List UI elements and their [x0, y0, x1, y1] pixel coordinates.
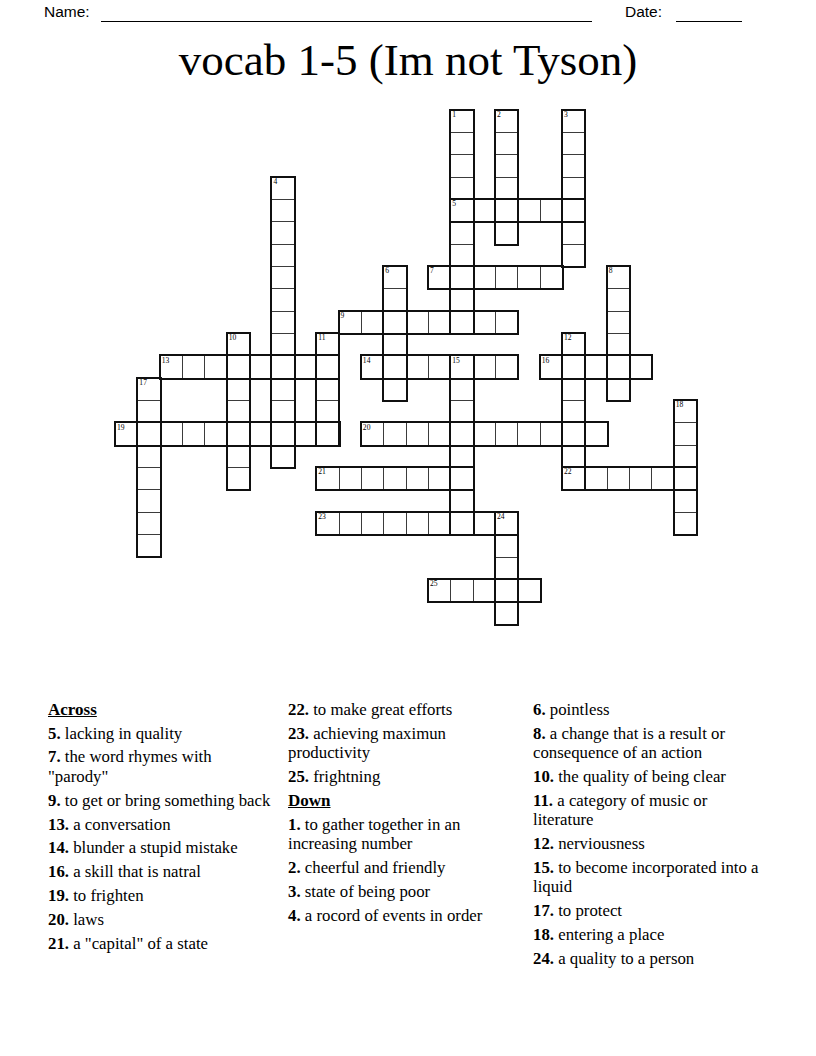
grid-cell-r11c8[interactable] [294, 355, 318, 379]
grid-cell-r11c2[interactable] [160, 355, 184, 379]
grid-cell-r11c20[interactable] [562, 355, 586, 379]
grid-cell-r9c12[interactable] [383, 311, 407, 335]
clue-20: 20. laws [48, 910, 274, 929]
grid-cell-r7c17[interactable] [495, 266, 519, 290]
grid-cell-r14c17[interactable] [495, 422, 519, 446]
grid-cell-r11c4[interactable] [204, 355, 228, 379]
grid-cell-r4c15[interactable] [450, 199, 474, 223]
clue-14: 14. blunder a stupid mistake [48, 838, 274, 857]
grid-cell-r14c13[interactable] [406, 422, 430, 446]
grid-cell-r11c13[interactable] [406, 355, 430, 379]
grid-cell-r12c20[interactable] [562, 378, 586, 402]
puzzle-title: vocab 1-5 (Im not Tyson) [0, 34, 816, 86]
grid-cell-r14c9[interactable] [316, 422, 340, 446]
grid-cell-r18c1[interactable] [137, 512, 161, 536]
grid-cell-r21c18[interactable] [517, 579, 541, 603]
grid-cell-r15c15[interactable] [450, 445, 474, 469]
grid-cell-r13c20[interactable] [562, 400, 586, 424]
grid-cell-r14c15[interactable] [450, 422, 474, 446]
grid-cell-r14c21[interactable] [584, 422, 608, 446]
grid-cell-r14c18[interactable] [517, 422, 541, 446]
grid-cell-r14c0[interactable] [115, 422, 139, 446]
grid-cell-r11c3[interactable] [182, 355, 206, 379]
grid-cell-r3c20[interactable] [562, 177, 586, 201]
grid-cell-r16c20[interactable] [562, 467, 586, 491]
grid-cell-r18c10[interactable] [339, 512, 363, 536]
clue-4: 4. a rocord of events in order [288, 906, 489, 925]
clue-10: 10. the quality of being clear [533, 767, 762, 786]
clue-6: 6. pointless [533, 700, 762, 719]
grid-cell-r12c5[interactable] [227, 378, 251, 402]
grid-cell-r16c12[interactable] [383, 467, 407, 491]
grid-cell-r17c1[interactable] [137, 489, 161, 513]
grid-cell-r18c14[interactable] [428, 512, 452, 536]
grid-cell-r7c14[interactable] [428, 266, 452, 290]
clue-column-across: Across5. lacking in quality7. the word r… [48, 700, 274, 958]
grid-cell-r4c18[interactable] [517, 199, 541, 223]
grid-cell-r16c10[interactable] [339, 467, 363, 491]
grid-cell-r12c22[interactable] [607, 378, 631, 402]
grid-cell-r9c14[interactable] [428, 311, 452, 335]
grid-cell-r10c9[interactable] [316, 333, 340, 357]
grid-cell-r9c22[interactable] [607, 311, 631, 335]
grid-cell-r5c20[interactable] [562, 221, 586, 245]
grid-cell-r16c24[interactable] [651, 467, 675, 491]
grid-cell-r18c9[interactable] [316, 512, 340, 536]
grid-cell-r14c2[interactable] [160, 422, 184, 446]
name-input-line[interactable] [101, 4, 592, 22]
grid-cell-r12c12[interactable] [383, 378, 407, 402]
grid-cell-r13c15[interactable] [450, 400, 474, 424]
grid-cell-r6c20[interactable] [562, 244, 586, 268]
grid-cell-r13c9[interactable] [316, 400, 340, 424]
clue-12: 12. nerviousness [533, 834, 762, 853]
grid-cell-r21c15[interactable] [450, 579, 474, 603]
crossword-grid: 5791314161920212223251234681011121517182… [115, 110, 696, 624]
clue-18: 18. entering a place [533, 925, 762, 944]
grid-cell-r15c20[interactable] [562, 445, 586, 469]
grid-cell-r8c15[interactable] [450, 288, 474, 312]
grid-cell-r1c17[interactable] [495, 132, 519, 156]
clue-1: 1. to gather together in an increasing n… [288, 815, 489, 854]
grid-cell-r15c25[interactable] [674, 445, 698, 469]
grid-cell-r7c15[interactable] [450, 266, 474, 290]
grid-cell-r18c12[interactable] [383, 512, 407, 536]
grid-cell-r5c7[interactable] [271, 221, 295, 245]
down-heading: Down [288, 791, 489, 811]
clue-column-down: 6. pointless8. a change that is a result… [533, 700, 762, 973]
grid-cell-r17c15[interactable] [450, 489, 474, 513]
grid-cell-r9c11[interactable] [361, 311, 385, 335]
name-label: Name: [44, 3, 90, 21]
grid-cell-r11c15[interactable] [450, 355, 474, 379]
grid-cell-r7c16[interactable] [473, 266, 497, 290]
grid-cell-r0c15[interactable] [450, 110, 474, 134]
grid-cell-r21c16[interactable] [473, 579, 497, 603]
grid-cell-r14c7[interactable] [271, 422, 295, 446]
grid-cell-r11c5[interactable] [227, 355, 251, 379]
clue-7: 7. the word rhymes with "parody" [48, 747, 274, 786]
grid-cell-r3c15[interactable] [450, 177, 474, 201]
grid-cell-r10c7[interactable] [271, 333, 295, 357]
grid-cell-r11c9[interactable] [316, 355, 340, 379]
clue-23: 23. achieving maximun productivity [288, 724, 489, 763]
grid-cell-r19c1[interactable] [137, 534, 161, 558]
grid-cell-r17c25[interactable] [674, 489, 698, 513]
grid-cell-r13c5[interactable] [227, 400, 251, 424]
grid-cell-r13c25[interactable] [674, 400, 698, 424]
grid-cell-r15c7[interactable] [271, 445, 295, 469]
grid-cell-r12c15[interactable] [450, 378, 474, 402]
clue-9: 9. to get or bring something back [48, 791, 274, 810]
grid-cell-r4c19[interactable] [540, 199, 564, 223]
grid-cell-r21c14[interactable] [428, 579, 452, 603]
grid-cell-r9c16[interactable] [473, 311, 497, 335]
grid-cell-r16c1[interactable] [137, 467, 161, 491]
grid-cell-r20c17[interactable] [495, 557, 519, 581]
grid-cell-r8c22[interactable] [607, 288, 631, 312]
clue-16: 16. a skill that is natral [48, 862, 274, 881]
grid-cell-r14c16[interactable] [473, 422, 497, 446]
grid-cell-r14c25[interactable] [674, 422, 698, 446]
grid-cell-r16c11[interactable] [361, 467, 385, 491]
grid-cell-r4c7[interactable] [271, 199, 295, 223]
grid-cell-r16c25[interactable] [674, 467, 698, 491]
grid-cell-r7c12[interactable] [383, 266, 407, 290]
grid-cell-r11c16[interactable] [473, 355, 497, 379]
grid-cell-r14c4[interactable] [204, 422, 228, 446]
grid-cell-r16c9[interactable] [316, 467, 340, 491]
grid-cell-r9c10[interactable] [339, 311, 363, 335]
clue-22: 22. to make great efforts [288, 700, 489, 719]
grid-cell-r9c13[interactable] [406, 311, 430, 335]
grid-cell-r4c20[interactable] [562, 199, 586, 223]
grid-cell-r14c1[interactable] [137, 422, 161, 446]
grid-cell-r10c5[interactable] [227, 333, 251, 357]
grid-cell-r14c20[interactable] [562, 422, 586, 446]
grid-cell-r9c7[interactable] [271, 311, 295, 335]
grid-cell-r16c22[interactable] [607, 467, 631, 491]
grid-cell-r13c7[interactable] [271, 400, 295, 424]
grid-cell-r16c21[interactable] [584, 467, 608, 491]
date-input-line[interactable] [676, 4, 742, 22]
across-heading: Across [48, 700, 274, 720]
grid-cell-r7c19[interactable] [540, 266, 564, 290]
grid-cell-r18c16[interactable] [473, 512, 497, 536]
grid-cell-r18c13[interactable] [406, 512, 430, 536]
date-label: Date: [625, 3, 662, 21]
grid-cell-r14c14[interactable] [428, 422, 452, 446]
grid-cell-r11c22[interactable] [607, 355, 631, 379]
grid-cell-r9c17[interactable] [495, 311, 519, 335]
clue-15: 15. to become incorporated into a liquid [533, 858, 762, 897]
grid-cell-r1c20[interactable] [562, 132, 586, 156]
grid-cell-r12c9[interactable] [316, 378, 340, 402]
grid-cell-r16c14[interactable] [428, 467, 452, 491]
grid-cell-r14c19[interactable] [540, 422, 564, 446]
grid-cell-r14c12[interactable] [383, 422, 407, 446]
grid-cell-r2c15[interactable] [450, 154, 474, 178]
grid-cell-r9c15[interactable] [450, 311, 474, 335]
worksheet-page: Name: Date: vocab 1-5 (Im not Tyson) 579… [0, 0, 816, 1056]
grid-cell-r22c17[interactable] [495, 601, 519, 625]
grid-cell-r21c17[interactable] [495, 579, 519, 603]
grid-cell-r5c17[interactable] [495, 221, 519, 245]
grid-cell-r14c8[interactable] [294, 422, 318, 446]
grid-cell-r8c7[interactable] [271, 288, 295, 312]
grid-cell-r11c11[interactable] [361, 355, 385, 379]
grid-cell-r1c15[interactable] [450, 132, 474, 156]
grid-cell-r14c5[interactable] [227, 422, 251, 446]
grid-cell-r16c5[interactable] [227, 467, 251, 491]
grid-cell-r7c18[interactable] [517, 266, 541, 290]
grid-cell-r12c7[interactable] [271, 378, 295, 402]
grid-cell-r11c23[interactable] [629, 355, 653, 379]
clue-8: 8. a change that is a result or conseque… [533, 724, 762, 763]
clue-5: 5. lacking in quality [48, 724, 274, 743]
grid-cell-r14c3[interactable] [182, 422, 206, 446]
clue-13: 13. a conversation [48, 815, 274, 834]
clue-2: 2. cheerful and friendly [288, 858, 489, 877]
grid-cell-r15c5[interactable] [227, 445, 251, 469]
grid-cell-r18c15[interactable] [450, 512, 474, 536]
grid-cell-r11c21[interactable] [584, 355, 608, 379]
clue-17: 17. to protect [533, 901, 762, 920]
clue-25: 25. frightning [288, 767, 489, 786]
clue-11: 11. a category of music or literature [533, 791, 762, 830]
grid-cell-r2c17[interactable] [495, 154, 519, 178]
clue-19: 19. to frighten [48, 886, 274, 905]
grid-cell-r3c7[interactable] [271, 177, 295, 201]
grid-cell-r6c15[interactable] [450, 244, 474, 268]
clue-24: 24. a quality to a person [533, 949, 762, 968]
grid-cell-r12c1[interactable] [137, 378, 161, 402]
grid-cell-r6c7[interactable] [271, 244, 295, 268]
grid-cell-r7c22[interactable] [607, 266, 631, 290]
grid-cell-r11c12[interactable] [383, 355, 407, 379]
grid-cell-r11c19[interactable] [540, 355, 564, 379]
grid-cell-r0c17[interactable] [495, 110, 519, 134]
grid-cell-r4c16[interactable] [473, 199, 497, 223]
grid-cell-r18c11[interactable] [361, 512, 385, 536]
grid-cell-r18c25[interactable] [674, 512, 698, 536]
grid-cell-r7c7[interactable] [271, 266, 295, 290]
grid-cell-r16c15[interactable] [450, 467, 474, 491]
grid-cell-r0c20[interactable] [562, 110, 586, 134]
grid-cell-r14c6[interactable] [249, 422, 273, 446]
grid-cell-r16c23[interactable] [629, 467, 653, 491]
grid-cell-r14c11[interactable] [361, 422, 385, 446]
grid-cell-r3c17[interactable] [495, 177, 519, 201]
grid-cell-r13c1[interactable] [137, 400, 161, 424]
grid-cell-r10c20[interactable] [562, 333, 586, 357]
grid-cell-r10c22[interactable] [607, 333, 631, 357]
grid-cell-r11c17[interactable] [495, 355, 519, 379]
grid-cell-r11c14[interactable] [428, 355, 452, 379]
grid-cell-r2c20[interactable] [562, 154, 586, 178]
clue-3: 3. state of being poor [288, 882, 489, 901]
grid-cell-r19c17[interactable] [495, 534, 519, 558]
clue-column-middle: 22. to make great efforts23. achieving m… [288, 700, 489, 929]
grid-cell-r10c12[interactable] [383, 333, 407, 357]
grid-cell-r8c12[interactable] [383, 288, 407, 312]
grid-cell-r4c17[interactable] [495, 199, 519, 223]
grid-cell-r15c1[interactable] [137, 445, 161, 469]
grid-cell-r16c13[interactable] [406, 467, 430, 491]
grid-cell-r11c7[interactable] [271, 355, 295, 379]
grid-cell-r18c17[interactable] [495, 512, 519, 536]
grid-cell-r5c15[interactable] [450, 221, 474, 245]
clue-21: 21. a "capital" of a state [48, 934, 274, 953]
grid-cell-r11c6[interactable] [249, 355, 273, 379]
